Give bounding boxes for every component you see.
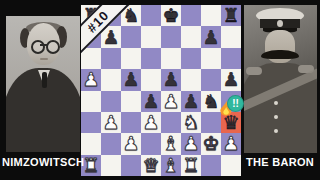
square-a5: ♟ — [81, 69, 101, 90]
square-f6 — [181, 48, 201, 69]
square-g4: ♞ — [201, 91, 221, 112]
white-pawn-c2: ♟ — [122, 133, 139, 154]
glasses-left-lens — [31, 40, 45, 54]
square-h2: ♟ — [221, 133, 241, 154]
black-pawn-g7: ♟ — [202, 27, 219, 48]
square-g7: ♟ — [201, 26, 221, 47]
white-pawn-e4: ♟ — [162, 91, 179, 112]
square-c3 — [121, 112, 141, 133]
square-d8 — [141, 5, 161, 26]
white-rook-a1: ♜ — [82, 155, 99, 176]
white-pawn-b3: ♟ — [102, 112, 119, 133]
square-a3 — [81, 112, 101, 133]
brilliant-move-symbol: !! — [232, 98, 239, 109]
black-king-e8: ♚ — [162, 5, 179, 26]
square-g3 — [201, 112, 221, 133]
player-name-left: NIMZOWITSCH — [2, 155, 80, 170]
square-f3: ♞ — [181, 112, 201, 133]
square-e2: ♝ — [161, 133, 181, 154]
white-queen-d1: ♛ — [142, 155, 159, 176]
baron-photo — [244, 5, 317, 153]
brilliant-move-badge: !! — [227, 95, 244, 112]
square-e7 — [161, 26, 181, 47]
square-c6 — [121, 48, 141, 69]
square-b2 — [101, 133, 121, 154]
square-a4 — [81, 91, 101, 112]
square-e3 — [161, 112, 181, 133]
square-g1 — [201, 155, 221, 176]
white-bishop-e2: ♝ — [162, 133, 179, 154]
white-bishop-e1: ♝ — [162, 155, 179, 176]
black-pawn-d4: ♟ — [142, 91, 159, 112]
square-h6 — [221, 48, 241, 69]
black-pawn-h5: ♟ — [222, 69, 239, 90]
white-rook-f1: ♜ — [182, 155, 199, 176]
white-pawn-f2: ♟ — [182, 133, 199, 154]
black-pawn-e5: ♟ — [162, 69, 179, 90]
square-f7 — [181, 26, 201, 47]
square-d7 — [141, 26, 161, 47]
square-d4: ♟ — [141, 91, 161, 112]
player-name-right: THE BARON — [243, 155, 317, 170]
uniform-button — [274, 115, 278, 119]
black-pawn-c5: ♟ — [122, 69, 139, 90]
square-f1: ♜ — [181, 155, 201, 176]
cap-cockade — [277, 20, 283, 27]
square-g2: ♚ — [201, 133, 221, 154]
square-c4 — [121, 91, 141, 112]
square-d1: ♛ — [141, 155, 161, 176]
black-pawn-b7: ♟ — [102, 27, 119, 48]
square-h8: ♜ — [221, 5, 241, 26]
square-h7 — [221, 26, 241, 47]
glasses-bridge — [40, 44, 47, 46]
glasses-right-lens — [46, 40, 60, 54]
white-pawn-a5: ♟ — [82, 69, 99, 90]
square-e8: ♚ — [161, 5, 181, 26]
square-c2: ♟ — [121, 133, 141, 154]
square-b4 — [101, 91, 121, 112]
square-g6 — [201, 48, 221, 69]
square-b3: ♟ — [101, 112, 121, 133]
square-f4: ♟ — [181, 91, 201, 112]
square-h5: ♟ — [221, 69, 241, 90]
tie — [42, 72, 47, 88]
white-pawn-d3: ♟ — [142, 112, 159, 133]
square-c5: ♟ — [121, 69, 141, 90]
chess-board: #10 ♜♞♚♜♟♟♟♟♟♟♟♟♟♞♟♟♞♛♟♝♟♚♟♜♛♝♜ — [81, 5, 241, 176]
square-g8 — [201, 5, 221, 26]
nimzowitsch-photo — [6, 16, 80, 152]
square-b6 — [101, 48, 121, 69]
mustache — [261, 50, 299, 59]
square-e4: ♟ — [161, 91, 181, 112]
black-knight-g4: ♞ — [202, 91, 219, 112]
square-c1 — [121, 155, 141, 176]
uniform-button — [274, 101, 278, 105]
square-f2: ♟ — [181, 133, 201, 154]
black-rook-h8: ♜ — [222, 5, 239, 26]
white-pawn-h2: ♟ — [222, 133, 239, 154]
mouth — [40, 58, 48, 60]
square-f5 — [181, 69, 201, 90]
square-a6 — [81, 48, 101, 69]
square-b1 — [101, 155, 121, 176]
uniform-button — [274, 129, 278, 133]
square-e6 — [161, 48, 181, 69]
square-e5: ♟ — [161, 69, 181, 90]
square-b5 — [101, 69, 121, 90]
thumbnail: #10 ♜♞♚♜♟♟♟♟♟♟♟♟♟♞♟♟♞♛♟♝♟♚♟♜♛♝♜ !! NIMZO… — [0, 0, 320, 180]
square-d3: ♟ — [141, 112, 161, 133]
square-e1: ♝ — [161, 155, 181, 176]
square-d2 — [141, 133, 161, 154]
black-pawn-f4: ♟ — [182, 91, 199, 112]
square-h1 — [221, 155, 241, 176]
square-f8 — [181, 5, 201, 26]
white-king-g2: ♚ — [202, 133, 219, 154]
epaulette — [246, 67, 262, 75]
square-d6 — [141, 48, 161, 69]
square-a1: ♜ — [81, 155, 101, 176]
square-c7 — [121, 26, 141, 47]
square-d5 — [141, 69, 161, 90]
white-knight-f3: ♞ — [182, 112, 199, 133]
square-g5 — [201, 69, 221, 90]
square-a2 — [81, 133, 101, 154]
